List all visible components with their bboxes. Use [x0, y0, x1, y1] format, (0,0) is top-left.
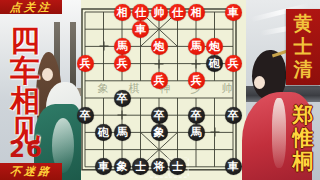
right-figure-face [254, 76, 265, 89]
char-相: 相 [10, 86, 40, 116]
char-桐: 桐 [293, 150, 314, 171]
black-piece-砲[interactable]: 砲 [206, 55, 223, 72]
left-figure-face [42, 68, 53, 81]
black-piece-卒[interactable]: 卒 [114, 90, 131, 107]
red-piece-兵[interactable]: 兵 [225, 55, 242, 72]
river-watermark-char: 象 [98, 81, 109, 96]
char-四: 四 [10, 26, 40, 56]
red-piece-馬[interactable]: 馬 [114, 38, 131, 55]
follow-banner[interactable]: 点关注 [0, 0, 62, 14]
red-piece-帅[interactable]: 帅 [151, 4, 168, 21]
point-marker [155, 59, 164, 68]
dont-get-lost-label: 不迷路 [9, 164, 53, 179]
red-piece-炮[interactable]: 炮 [206, 38, 223, 55]
red-piece-仕[interactable]: 仕 [132, 4, 149, 21]
black-piece-馬[interactable]: 馬 [188, 124, 205, 141]
black-piece-車[interactable]: 車 [225, 158, 242, 175]
point-marker [210, 128, 219, 137]
black-piece-卒[interactable]: 卒 [188, 107, 205, 124]
point-marker [99, 42, 108, 51]
black-piece-象[interactable]: 象 [151, 124, 168, 141]
red-piece-兵[interactable]: 兵 [114, 55, 131, 72]
red-piece-炮[interactable]: 炮 [151, 38, 168, 55]
black-piece-卒[interactable]: 卒 [225, 107, 242, 124]
char-士: 士 [294, 37, 313, 56]
river-watermark-char: 棋 [129, 81, 140, 96]
red-piece-馬[interactable]: 馬 [188, 38, 205, 55]
red-piece-兵[interactable]: 兵 [77, 55, 94, 72]
black-piece-象[interactable]: 象 [114, 158, 131, 175]
dont-get-lost-banner[interactable]: 不迷路 [0, 163, 62, 180]
red-piece-仕[interactable]: 仕 [169, 4, 186, 21]
point-marker [118, 111, 127, 120]
red-piece-車[interactable]: 車 [225, 4, 242, 21]
black-piece-卒[interactable]: 卒 [77, 107, 94, 124]
char-车: 车 [10, 56, 40, 86]
char-清: 清 [294, 60, 313, 79]
char-郑: 郑 [293, 104, 314, 125]
black-piece-卒[interactable]: 卒 [151, 107, 168, 124]
red-piece-兵[interactable]: 兵 [151, 72, 168, 89]
point-marker [192, 59, 201, 68]
follow-banner-label: 点关注 [9, 0, 53, 15]
char-惟: 惟 [293, 127, 314, 148]
episode-number: 26 [9, 136, 43, 162]
red-piece-車[interactable]: 車 [132, 21, 149, 38]
red-piece-相[interactable]: 相 [114, 4, 131, 21]
river-watermark-char: 帅 [222, 81, 233, 96]
black-piece-馬[interactable]: 馬 [114, 124, 131, 141]
black-piece-砲[interactable]: 砲 [95, 124, 112, 141]
right-figure-dress-trim [272, 98, 286, 168]
char-黄: 黄 [294, 14, 313, 33]
red-piece-兵[interactable]: 兵 [188, 72, 205, 89]
last-move-highlight [167, 156, 188, 177]
red-piece-相[interactable]: 相 [188, 4, 205, 21]
